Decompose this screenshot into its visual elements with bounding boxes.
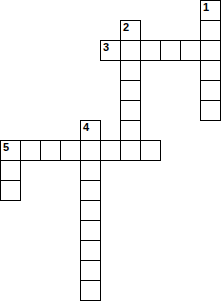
cell-r5c7[interactable] xyxy=(120,80,141,101)
cell-r9c5[interactable] xyxy=(80,160,101,181)
cell-r8c2[interactable] xyxy=(20,140,41,161)
cell-r10c1[interactable] xyxy=(0,180,21,201)
cell-r7c7[interactable] xyxy=(120,120,141,141)
cell-r12c5[interactable] xyxy=(80,220,101,241)
cell-r8c1[interactable] xyxy=(0,140,21,161)
cell-r3c10[interactable] xyxy=(180,40,201,61)
cell-r11c5[interactable] xyxy=(80,200,101,221)
cell-r13c5[interactable] xyxy=(80,240,101,261)
cell-r8c7[interactable] xyxy=(120,140,141,161)
cell-r14c5[interactable] xyxy=(80,260,101,281)
cell-r15c5[interactable] xyxy=(80,280,101,301)
cell-r5c11[interactable] xyxy=(200,80,221,101)
cell-r6c11[interactable] xyxy=(200,100,221,121)
cell-r8c6[interactable] xyxy=(100,140,121,161)
cell-r8c4[interactable] xyxy=(60,140,81,161)
cell-r4c7[interactable] xyxy=(120,60,141,81)
cell-r1c11[interactable] xyxy=(200,0,221,21)
cell-r6c7[interactable] xyxy=(120,100,141,121)
cell-r2c11[interactable] xyxy=(200,20,221,41)
cell-r3c9[interactable] xyxy=(160,40,181,61)
cell-r8c3[interactable] xyxy=(40,140,61,161)
cell-r3c6[interactable] xyxy=(100,40,121,61)
cell-r8c8[interactable] xyxy=(140,140,161,161)
cell-r4c11[interactable] xyxy=(200,60,221,81)
cell-r3c11[interactable] xyxy=(200,40,221,61)
cell-r7c5[interactable] xyxy=(80,120,101,141)
cell-r3c7[interactable] xyxy=(120,40,141,61)
cell-r9c1[interactable] xyxy=(0,160,21,181)
cell-r8c5[interactable] xyxy=(80,140,101,161)
crossword-grid: 12345 xyxy=(0,0,221,301)
cell-r3c8[interactable] xyxy=(140,40,161,61)
cell-r10c5[interactable] xyxy=(80,180,101,201)
cell-r2c7[interactable] xyxy=(120,20,141,41)
